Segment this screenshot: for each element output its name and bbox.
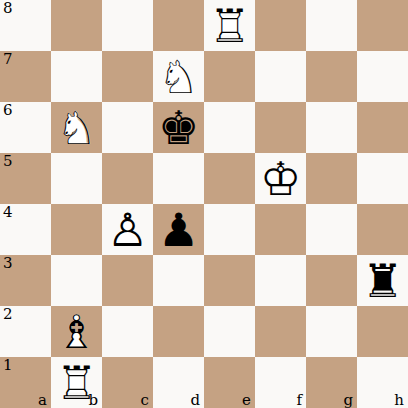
square-c7[interactable] — [102, 51, 153, 102]
square-a7[interactable]: 7 — [0, 51, 51, 102]
square-h1[interactable]: h — [357, 357, 408, 408]
square-f6[interactable] — [255, 102, 306, 153]
square-f1[interactable]: f — [255, 357, 306, 408]
square-f2[interactable] — [255, 306, 306, 357]
square-d6[interactable]: ♚ — [153, 102, 204, 153]
square-a1[interactable]: 1a — [0, 357, 51, 408]
black-pawn-glyph: ♟ — [153, 204, 204, 255]
square-f8[interactable] — [255, 0, 306, 51]
file-label-h: h — [394, 392, 404, 408]
square-b4[interactable] — [51, 204, 102, 255]
piece-black-pawn-d4[interactable]: ♟ — [153, 204, 204, 255]
square-b6[interactable]: ♞♘ — [51, 102, 102, 153]
piece-white-bishop-b2[interactable]: ♝♗ — [51, 306, 102, 357]
square-d7[interactable]: ♞♘ — [153, 51, 204, 102]
square-c6[interactable] — [102, 102, 153, 153]
square-g2[interactable] — [306, 306, 357, 357]
square-c4[interactable]: ♟♙ — [102, 204, 153, 255]
rank-label-3: 3 — [3, 255, 13, 272]
rank-label-8: 8 — [3, 0, 13, 17]
chess-board: 8♜♖7♞♘6♞♘♚5♚♔4♟♙♟3♜2♝♗1ab♜♖cdefgh — [0, 0, 408, 408]
square-d2[interactable] — [153, 306, 204, 357]
rank-label-6: 6 — [3, 102, 13, 119]
white-king-outline-glyph: ♔ — [255, 153, 306, 204]
square-g5[interactable] — [306, 153, 357, 204]
square-f7[interactable] — [255, 51, 306, 102]
square-h3[interactable]: ♜ — [357, 255, 408, 306]
square-a2[interactable]: 2 — [0, 306, 51, 357]
square-b1[interactable]: b♜♖ — [51, 357, 102, 408]
piece-white-king-f5[interactable]: ♚♔ — [255, 153, 306, 204]
piece-white-pawn-c4[interactable]: ♟♙ — [102, 204, 153, 255]
square-g8[interactable] — [306, 0, 357, 51]
square-e4[interactable] — [204, 204, 255, 255]
file-label-f: f — [296, 392, 302, 408]
square-d3[interactable] — [153, 255, 204, 306]
square-a8[interactable]: 8 — [0, 0, 51, 51]
square-b8[interactable] — [51, 0, 102, 51]
square-g4[interactable] — [306, 204, 357, 255]
square-g7[interactable] — [306, 51, 357, 102]
piece-black-king-d6[interactable]: ♚ — [153, 102, 204, 153]
square-c1[interactable]: c — [102, 357, 153, 408]
rank-label-5: 5 — [3, 153, 13, 170]
square-g6[interactable] — [306, 102, 357, 153]
square-h5[interactable] — [357, 153, 408, 204]
white-bishop-outline-glyph: ♗ — [51, 306, 102, 357]
piece-white-knight-d7[interactable]: ♞♘ — [153, 51, 204, 102]
square-a4[interactable]: 4 — [0, 204, 51, 255]
square-b5[interactable] — [51, 153, 102, 204]
square-d1[interactable]: d — [153, 357, 204, 408]
square-c5[interactable] — [102, 153, 153, 204]
square-c2[interactable] — [102, 306, 153, 357]
white-rook-outline-glyph: ♖ — [51, 357, 102, 408]
piece-white-rook-e8[interactable]: ♜♖ — [204, 0, 255, 51]
square-b3[interactable] — [51, 255, 102, 306]
square-b2[interactable]: ♝♗ — [51, 306, 102, 357]
square-g1[interactable]: g — [306, 357, 357, 408]
black-king-glyph: ♚ — [153, 102, 204, 153]
square-f5[interactable]: ♚♔ — [255, 153, 306, 204]
rank-label-2: 2 — [3, 306, 13, 323]
file-label-g: g — [343, 392, 353, 408]
square-f3[interactable] — [255, 255, 306, 306]
file-label-d: d — [190, 392, 200, 408]
file-label-e: e — [242, 392, 251, 408]
square-e8[interactable]: ♜♖ — [204, 0, 255, 51]
piece-white-rook-b1[interactable]: ♜♖ — [51, 357, 102, 408]
file-label-c: c — [141, 392, 149, 408]
white-knight-outline-glyph: ♘ — [51, 102, 102, 153]
square-e5[interactable] — [204, 153, 255, 204]
piece-black-rook-h3[interactable]: ♜ — [357, 255, 408, 306]
square-b7[interactable] — [51, 51, 102, 102]
piece-white-knight-b6[interactable]: ♞♘ — [51, 102, 102, 153]
square-e7[interactable] — [204, 51, 255, 102]
square-h2[interactable] — [357, 306, 408, 357]
square-g3[interactable] — [306, 255, 357, 306]
black-rook-glyph: ♜ — [357, 255, 408, 306]
square-e3[interactable] — [204, 255, 255, 306]
rank-label-1: 1 — [3, 357, 13, 374]
square-h4[interactable] — [357, 204, 408, 255]
square-h7[interactable] — [357, 51, 408, 102]
square-a5[interactable]: 5 — [0, 153, 51, 204]
square-a3[interactable]: 3 — [0, 255, 51, 306]
square-f4[interactable] — [255, 204, 306, 255]
rank-label-7: 7 — [3, 51, 13, 68]
white-pawn-outline-glyph: ♙ — [102, 204, 153, 255]
square-d4[interactable]: ♟ — [153, 204, 204, 255]
square-e1[interactable]: e — [204, 357, 255, 408]
square-d5[interactable] — [153, 153, 204, 204]
square-h6[interactable] — [357, 102, 408, 153]
rank-label-4: 4 — [3, 204, 13, 221]
square-a6[interactable]: 6 — [0, 102, 51, 153]
square-c8[interactable] — [102, 0, 153, 51]
square-h8[interactable] — [357, 0, 408, 51]
square-e6[interactable] — [204, 102, 255, 153]
white-rook-outline-glyph: ♖ — [204, 0, 255, 51]
square-c3[interactable] — [102, 255, 153, 306]
file-label-a: a — [38, 392, 47, 408]
white-knight-outline-glyph: ♘ — [153, 51, 204, 102]
square-e2[interactable] — [204, 306, 255, 357]
square-d8[interactable] — [153, 0, 204, 51]
